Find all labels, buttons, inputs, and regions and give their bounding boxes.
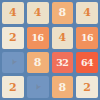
tile-4: 4 <box>27 2 49 24</box>
tile-4: 4 <box>76 2 98 24</box>
tile-16: 16 <box>27 27 49 49</box>
tile-2: 2 <box>2 76 24 98</box>
tile-2: 2 <box>2 27 24 49</box>
empty-cell: ➤ <box>27 76 49 98</box>
tile-2: 2 <box>76 76 98 98</box>
tile-8: 8 <box>27 52 49 74</box>
board-2048[interactable]: 4484216416➤832642➤82 <box>0 0 100 100</box>
tile-64: 64 <box>76 52 98 74</box>
cursor-mark-icon: ➤ <box>33 82 43 92</box>
tile-4: 4 <box>52 27 74 49</box>
tile-8: 8 <box>52 2 74 24</box>
empty-cell: ➤ <box>2 52 24 74</box>
cursor-mark-icon: ➤ <box>8 58 18 68</box>
tile-8: 8 <box>52 76 74 98</box>
tile-4: 4 <box>2 2 24 24</box>
tile-16: 16 <box>76 27 98 49</box>
tile-32: 32 <box>52 52 74 74</box>
